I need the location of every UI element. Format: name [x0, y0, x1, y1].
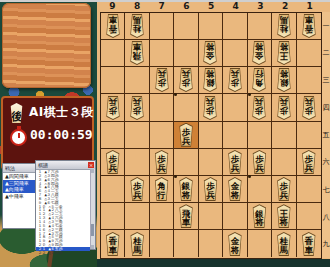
square-5-4[interactable]: 歩兵: [199, 94, 223, 121]
piece-gote-王将-22[interactable]: 王将: [274, 41, 294, 65]
square-6-4[interactable]: [174, 94, 198, 121]
gote-piece-icon: 後: [8, 103, 25, 123]
shogi-board-grid: 香車桂馬桂馬香車飛車金将金将王将歩兵歩兵銀将歩兵角行銀将歩兵歩兵歩兵歩兵歩兵歩兵…: [100, 12, 322, 259]
piece-sente-歩兵-87[interactable]: 歩兵: [127, 177, 147, 201]
square-1-2[interactable]: [297, 40, 321, 67]
square-5-5[interactable]: [199, 122, 223, 149]
piece-gote-歩兵-73[interactable]: 歩兵: [152, 68, 172, 92]
hoshi-dot: [174, 93, 177, 96]
square-1-5[interactable]: [297, 122, 321, 149]
opponent-info-panel: 後 AI棋士３段 00:00:59: [1, 96, 94, 170]
player-name: AI棋士３段: [29, 104, 94, 121]
square-8-1[interactable]: 桂馬: [125, 13, 149, 40]
square-3-2[interactable]: 金将: [248, 40, 272, 67]
piece-sente-桂馬-89[interactable]: 桂馬: [127, 232, 147, 256]
piece-sente-桂馬-29[interactable]: 桂馬: [274, 232, 294, 256]
piece-sente-歩兵-76[interactable]: 歩兵: [152, 150, 172, 174]
kifu-list-window: 棋譜 × １ ▲７六歩２ △３四歩３ ▲６六歩４ △８四歩５ ▲６八飛６ △４二…: [35, 160, 96, 250]
square-1-7[interactable]: [297, 176, 321, 203]
square-7-7[interactable]: 角行: [150, 176, 174, 203]
piece-sente-金将-47[interactable]: 金将: [225, 177, 245, 201]
square-9-7[interactable]: [101, 176, 125, 203]
square-5-9[interactable]: [199, 230, 223, 257]
square-4-3[interactable]: 歩兵: [223, 67, 247, 94]
square-4-1[interactable]: [223, 13, 247, 40]
piece-sente-歩兵-36[interactable]: 歩兵: [249, 150, 269, 174]
piece-sente-香車-19[interactable]: 香車: [299, 232, 319, 256]
file-label-7: 7: [149, 1, 174, 12]
piece-sente-歩兵-46[interactable]: 歩兵: [225, 150, 245, 174]
rank-kanji-labels: 一二三四五六七八九: [322, 12, 330, 258]
hoshi-dot: [248, 93, 251, 96]
piece-sente-銀将-67[interactable]: 銀将: [176, 177, 196, 201]
square-2-3[interactable]: 銀将: [272, 67, 296, 94]
square-6-1[interactable]: [174, 13, 198, 40]
rank-label-1: 一: [322, 12, 330, 39]
thinking-timer: 00:00:59: [30, 127, 93, 142]
square-6-5[interactable]: 歩兵: [174, 122, 198, 149]
square-5-7[interactable]: 歩兵: [199, 176, 223, 203]
rank-label-4: 四: [322, 94, 330, 121]
piece-sente-香車-99[interactable]: 香車: [103, 232, 123, 256]
piece-sente-歩兵-65[interactable]: 歩兵: [176, 123, 196, 147]
square-3-9[interactable]: [248, 230, 272, 257]
scroll-thumb[interactable]: [91, 224, 94, 236]
piece-gote-歩兵-14[interactable]: 歩兵: [299, 96, 319, 120]
piece-gote-銀将-23[interactable]: 銀将: [274, 68, 294, 92]
piece-sente-歩兵-16[interactable]: 歩兵: [299, 150, 319, 174]
square-2-9[interactable]: 桂馬: [272, 230, 296, 257]
close-icon[interactable]: ×: [88, 162, 94, 168]
rank-label-7: 七: [322, 176, 330, 203]
square-6-8[interactable]: 飛車: [174, 203, 198, 230]
kifu-list-title: 棋譜: [36, 162, 48, 169]
piece-gote-飛車-82[interactable]: 飛車: [127, 41, 147, 65]
file-number-labels: 987654321: [100, 1, 322, 12]
file-label-5: 5: [199, 1, 224, 12]
square-5-8[interactable]: [199, 203, 223, 230]
square-3-1[interactable]: [248, 13, 272, 40]
file-label-2: 2: [273, 1, 298, 12]
piece-gote-銀将-53[interactable]: 銀将: [200, 68, 220, 92]
square-9-3[interactable]: [101, 67, 125, 94]
file-label-8: 8: [125, 1, 150, 12]
square-7-5[interactable]: [150, 122, 174, 149]
square-8-9[interactable]: 桂馬: [125, 230, 149, 257]
square-9-2[interactable]: [101, 40, 125, 67]
square-5-2[interactable]: 金将: [199, 40, 223, 67]
square-1-8[interactable]: [297, 203, 321, 230]
rank-label-6: 六: [322, 149, 330, 176]
square-9-8[interactable]: [101, 203, 125, 230]
piece-gote-角行-33[interactable]: 角行: [249, 68, 269, 92]
file-label-4: 4: [223, 1, 248, 12]
piece-sente-飛車-68[interactable]: 飛車: [176, 204, 196, 228]
piece-stand-komadai: [2, 3, 91, 88]
square-3-8[interactable]: 銀将: [248, 203, 272, 230]
square-6-7[interactable]: 銀将: [174, 176, 198, 203]
piece-gote-桂馬-81[interactable]: 桂馬: [127, 14, 147, 38]
square-2-5[interactable]: [272, 122, 296, 149]
piece-sente-金将-49[interactable]: 金将: [225, 232, 245, 256]
square-5-1[interactable]: [199, 13, 223, 40]
square-4-8[interactable]: [223, 203, 247, 230]
square-9-5[interactable]: [101, 122, 125, 149]
square-3-7[interactable]: [248, 176, 272, 203]
square-9-1[interactable]: 香車: [101, 13, 125, 40]
square-7-1[interactable]: [150, 13, 174, 40]
square-3-5[interactable]: [248, 122, 272, 149]
piece-gote-歩兵-94[interactable]: 歩兵: [103, 96, 123, 120]
square-6-3[interactable]: 歩兵: [174, 67, 198, 94]
square-6-6[interactable]: [174, 149, 198, 176]
stopwatch-icon: [10, 129, 27, 146]
piece-sente-歩兵-96[interactable]: 歩兵: [103, 150, 123, 174]
piece-sente-銀将-38[interactable]: 銀将: [249, 204, 269, 228]
file-label-1: 1: [297, 1, 322, 12]
square-2-1[interactable]: 桂馬: [272, 13, 296, 40]
kifu-list-titlebar[interactable]: 棋譜 ×: [36, 161, 95, 170]
file-label-9: 9: [100, 1, 125, 12]
piece-gote-歩兵-43[interactable]: 歩兵: [225, 68, 245, 92]
shogi-app-window: 後 AI棋士３段 00:00:59 戦法 × ▲四間飛車▲三間飛車▲向飛車▲中飛…: [0, 0, 330, 267]
square-7-6[interactable]: 歩兵: [150, 149, 174, 176]
file-label-6: 6: [174, 1, 199, 12]
square-2-4[interactable]: 歩兵: [272, 94, 296, 121]
square-4-9[interactable]: 金将: [223, 230, 247, 257]
square-4-4[interactable]: [223, 94, 247, 121]
kifu-list-scrollbar[interactable]: [90, 169, 95, 249]
square-3-4[interactable]: 歩兵: [248, 94, 272, 121]
piece-gote-歩兵-84[interactable]: 歩兵: [127, 96, 147, 120]
square-7-4[interactable]: [150, 94, 174, 121]
piece-gote-桂馬-21[interactable]: 桂馬: [274, 14, 294, 38]
piece-gote-歩兵-63[interactable]: 歩兵: [176, 68, 196, 92]
square-2-2[interactable]: 王将: [272, 40, 296, 67]
square-3-6[interactable]: 歩兵: [248, 149, 272, 176]
piece-gote-歩兵-24[interactable]: 歩兵: [274, 96, 294, 120]
square-2-6[interactable]: [272, 149, 296, 176]
square-7-8[interactable]: [150, 203, 174, 230]
rank-label-3: 三: [322, 67, 330, 94]
scroll-up-icon[interactable]: [91, 169, 94, 173]
rank-label-2: 二: [322, 39, 330, 66]
file-label-3: 3: [248, 1, 273, 12]
square-8-6[interactable]: [125, 149, 149, 176]
square-9-4[interactable]: 歩兵: [101, 94, 125, 121]
piece-sente-歩兵-57[interactable]: 歩兵: [200, 177, 220, 201]
square-1-6[interactable]: 歩兵: [297, 149, 321, 176]
kifu-move-rows: １ ▲７六歩２ △３四歩３ ▲６六歩４ △８四歩５ ▲６八飛６ △４二玉７ ▲３…: [36, 170, 90, 255]
square-8-8[interactable]: [125, 203, 149, 230]
square-8-7[interactable]: 歩兵: [125, 176, 149, 203]
square-8-5[interactable]: [125, 122, 149, 149]
square-4-7[interactable]: 金将: [223, 176, 247, 203]
sidebar-artwork-background: 後 AI棋士３段 00:00:59 戦法 × ▲四間飛車▲三間飛車▲向飛車▲中飛…: [0, 0, 97, 267]
square-7-3[interactable]: 歩兵: [150, 67, 174, 94]
rank-label-5: 五: [322, 121, 330, 148]
square-9-9[interactable]: 香車: [101, 230, 125, 257]
square-4-2[interactable]: [223, 40, 247, 67]
rank-label-9: 九: [322, 231, 330, 258]
square-3-3[interactable]: 角行: [248, 67, 272, 94]
piece-gote-歩兵-34[interactable]: 歩兵: [249, 96, 269, 120]
square-8-3[interactable]: [125, 67, 149, 94]
piece-sente-角行-77[interactable]: 角行: [152, 177, 172, 201]
scroll-down-icon[interactable]: [91, 245, 94, 249]
piece-sente-王将-28[interactable]: 王将: [274, 204, 294, 228]
square-7-2[interactable]: [150, 40, 174, 67]
hoshi-dot: [174, 175, 177, 178]
square-6-9[interactable]: [174, 230, 198, 257]
square-1-9[interactable]: 香車: [297, 230, 321, 257]
board-bottom-shadow: [97, 259, 330, 267]
shogi-board-area: 987654321 一二三四五六七八九 香車桂馬桂馬香車飛車金将金将王将歩兵歩兵…: [97, 0, 330, 267]
piece-gote-香車-11[interactable]: 香車: [299, 14, 319, 38]
square-4-6[interactable]: 歩兵: [223, 149, 247, 176]
square-7-9[interactable]: [150, 230, 174, 257]
square-6-2[interactable]: [174, 40, 198, 67]
square-5-3[interactable]: 銀将: [199, 67, 223, 94]
square-8-4[interactable]: 歩兵: [125, 94, 149, 121]
hoshi-dot: [248, 175, 251, 178]
square-1-4[interactable]: 歩兵: [297, 94, 321, 121]
piece-gote-香車-91[interactable]: 香車: [103, 14, 123, 38]
strategy-list-title: 戦法: [3, 165, 15, 172]
square-5-6[interactable]: [199, 149, 223, 176]
piece-sente-歩兵-27[interactable]: 歩兵: [274, 177, 294, 201]
square-1-1[interactable]: 香車: [297, 13, 321, 40]
square-2-8[interactable]: 王将: [272, 203, 296, 230]
piece-gote-金将-32[interactable]: 金将: [249, 41, 269, 65]
square-9-6[interactable]: 歩兵: [101, 149, 125, 176]
piece-gote-歩兵-54[interactable]: 歩兵: [200, 96, 220, 120]
window-top-edge: [0, 0, 330, 2]
square-1-3[interactable]: [297, 67, 321, 94]
square-8-2[interactable]: 飛車: [125, 40, 149, 67]
piece-gote-金将-52[interactable]: 金将: [200, 41, 220, 65]
square-2-7[interactable]: 歩兵: [272, 176, 296, 203]
square-4-5[interactable]: [223, 122, 247, 149]
kifu-move-item[interactable]: ２２ △１四歩: [36, 251, 90, 255]
rank-label-8: 八: [322, 203, 330, 230]
